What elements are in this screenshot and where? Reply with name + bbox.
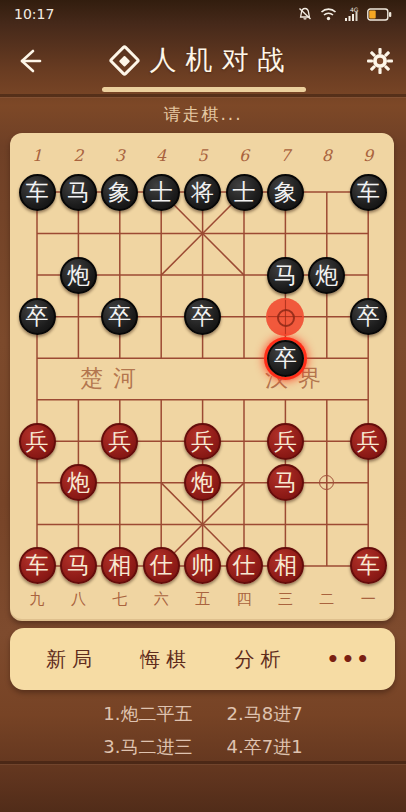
- piece-black-士[interactable]: 士: [226, 174, 263, 211]
- file-label-bottom: 二: [319, 590, 334, 609]
- piece-red-兵[interactable]: 兵: [350, 423, 387, 460]
- piece-black-将[interactable]: 将: [184, 174, 221, 211]
- piece-red-兵[interactable]: 兵: [101, 423, 138, 460]
- wifi-icon: [320, 7, 337, 21]
- piece-red-兵[interactable]: 兵: [19, 423, 56, 460]
- move-row: 3.马二进三 4.卒7进1: [103, 735, 302, 759]
- file-label-top: 5: [198, 146, 208, 165]
- piece-black-马[interactable]: 马: [60, 174, 97, 211]
- move-text: 4.卒7进1: [227, 735, 303, 759]
- piece-black-车[interactable]: 车: [350, 174, 387, 211]
- turn-status-text: 请走棋...: [0, 103, 406, 126]
- last-move-origin-marker: [266, 298, 304, 336]
- move-text: 2.马8进7: [227, 702, 303, 726]
- piece-black-炮[interactable]: 炮: [308, 257, 345, 294]
- piece-black-炮[interactable]: 炮: [60, 257, 97, 294]
- piece-red-兵[interactable]: 兵: [267, 423, 304, 460]
- file-label-bottom: 六: [154, 590, 169, 609]
- piece-black-象[interactable]: 象: [101, 174, 138, 211]
- file-label-top: 3: [115, 146, 125, 165]
- more-options-button[interactable]: •••: [327, 647, 371, 671]
- file-label-top: 7: [280, 146, 290, 165]
- piece-red-车[interactable]: 车: [350, 547, 387, 584]
- wood-plank-seam: [0, 761, 406, 764]
- file-label-top: 9: [363, 146, 373, 165]
- file-label-bottom: 五: [195, 590, 210, 609]
- piece-black-卒[interactable]: 卒: [19, 298, 56, 335]
- piece-red-马[interactable]: 马: [267, 464, 304, 501]
- cell-signal-4g-icon: 4G: [344, 6, 360, 22]
- title-wrap: 人机对战: [0, 36, 406, 84]
- piece-black-卒[interactable]: 卒: [184, 298, 221, 335]
- clock-text: 10:17: [14, 6, 54, 22]
- piece-red-车[interactable]: 车: [19, 547, 56, 584]
- file-label-top: 8: [322, 146, 332, 165]
- bottom-toolbar: 新局 悔棋 分析 •••: [10, 628, 395, 690]
- river-text-left: 楚河: [80, 363, 146, 394]
- file-label-bottom: 八: [71, 590, 86, 609]
- piece-black-象[interactable]: 象: [267, 174, 304, 211]
- battery-icon: [367, 8, 392, 21]
- piece-red-仕[interactable]: 仕: [143, 547, 180, 584]
- move-list: 1.炮二平五 2.马8进7 3.马二进三 4.卒7进1: [0, 702, 406, 759]
- move-text: 3.马二进三: [103, 735, 192, 759]
- analyze-button[interactable]: 分析: [232, 640, 288, 679]
- file-label-top: 4: [156, 146, 166, 165]
- file-label-bottom: 一: [361, 590, 376, 609]
- mute-bell-icon: [297, 6, 313, 22]
- piece-red-炮[interactable]: 炮: [60, 464, 97, 501]
- file-label-top: 2: [73, 146, 83, 165]
- page-title: 人机对战: [150, 42, 294, 78]
- piece-black-卒[interactable]: 卒: [350, 298, 387, 335]
- file-label-bottom: 七: [112, 590, 127, 609]
- piece-black-马[interactable]: 马: [267, 257, 304, 294]
- app-diamond-icon: [108, 44, 141, 77]
- svg-text:4G: 4G: [350, 6, 359, 13]
- status-bar: 10:17 4G: [0, 0, 406, 28]
- settings-button[interactable]: [366, 47, 394, 75]
- file-label-bottom: 四: [237, 590, 252, 609]
- move-text: 1.炮二平五: [103, 702, 192, 726]
- app-header: 人机对战: [0, 36, 406, 84]
- piece-red-兵[interactable]: 兵: [184, 423, 221, 460]
- wood-plank-seam: [0, 94, 406, 97]
- xiangqi-board[interactable]: 123456789九八七六五四三二一楚河汉界车马象士将士象车炮马炮卒卒卒卒卒兵兵…: [10, 133, 394, 621]
- piece-black-卒[interactable]: 卒: [267, 340, 304, 377]
- title-underline: [102, 87, 306, 92]
- new-game-button[interactable]: 新局: [44, 640, 100, 679]
- piece-black-车[interactable]: 车: [19, 174, 56, 211]
- status-icons: 4G: [297, 6, 392, 22]
- file-label-top: 1: [32, 146, 42, 165]
- piece-black-士[interactable]: 士: [143, 174, 180, 211]
- file-label-bottom: 九: [30, 590, 45, 609]
- piece-red-仕[interactable]: 仕: [226, 547, 263, 584]
- file-label-top: 6: [239, 146, 249, 165]
- file-label-bottom: 三: [278, 590, 293, 609]
- move-row: 1.炮二平五 2.马8进7: [103, 702, 302, 726]
- undo-move-button[interactable]: 悔棋: [138, 640, 194, 679]
